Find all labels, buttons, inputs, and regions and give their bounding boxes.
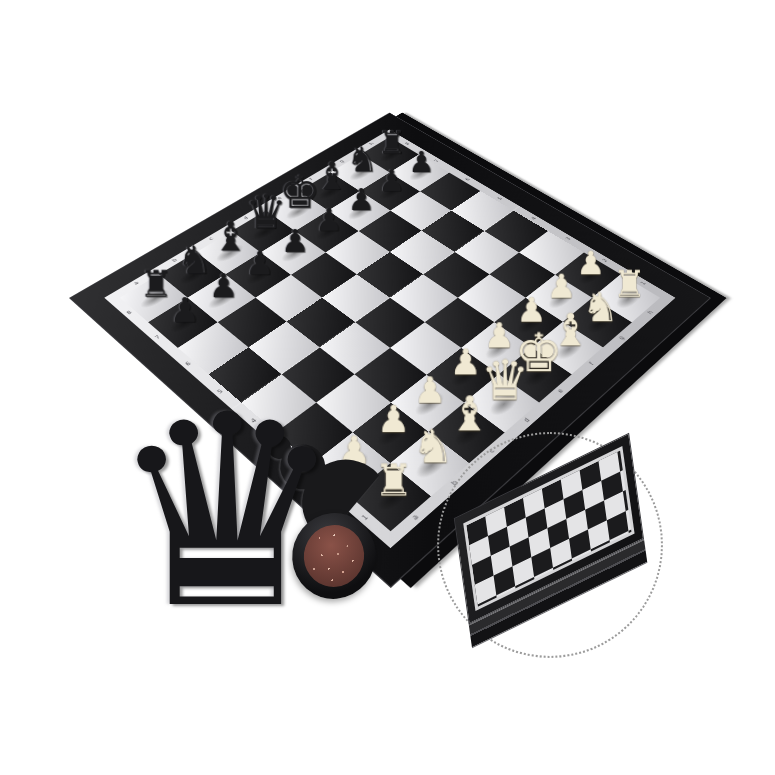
piece-black-pawn: ♟ (281, 225, 309, 257)
piece-white-bishop: ♝ (449, 390, 492, 438)
piece-white-pawn: ♟ (484, 318, 515, 353)
piece-black-pawn: ♟ (348, 185, 375, 215)
coordinate-label: d (523, 417, 532, 424)
square-c6 (255, 274, 323, 322)
piece-black-knight: ♞ (347, 141, 379, 176)
coordinate-label: 4 (530, 216, 537, 221)
piece-closeup: ♟ ♛ (130, 385, 430, 695)
coordinate-label: h (647, 310, 655, 315)
folded-board (454, 433, 647, 648)
piece-black-rook: ♜ (378, 126, 407, 158)
piece-black-pawn: ♟ (315, 205, 343, 236)
piece-white-pawn: ♟ (450, 344, 482, 380)
coordinate-label: 7 (434, 159, 441, 163)
piece-white-pawn: ♟ (577, 247, 606, 279)
coordinate-label: g (618, 335, 626, 341)
closeup-magnet-face (296, 517, 372, 595)
piece-black-knight: ♞ (177, 240, 212, 279)
coordinate-label: 6 (464, 177, 471, 181)
piece-black-bishop: ♝ (213, 217, 249, 257)
piece-white-pawn: ♟ (547, 270, 577, 303)
piece-black-rook: ♜ (139, 266, 172, 303)
product-photo-scene: abcdefgh abcdefgh 87654321 87654321 ♜♞♝♛… (0, 0, 775, 775)
coordinate-label: 5 (497, 196, 504, 200)
piece-black-pawn: ♟ (170, 293, 200, 327)
piece-black-pawn: ♟ (209, 270, 239, 303)
coordinate-label: e (557, 388, 565, 394)
coordinate-label: 8 (125, 310, 132, 315)
coordinate-label: 3 (565, 237, 572, 242)
piece-black-pawn: ♟ (246, 247, 275, 279)
closeup-black-queen: ♛ (108, 380, 346, 645)
folded-board-inset (437, 432, 663, 658)
coordinate-label: 7 (154, 335, 162, 341)
folded-board-checker (466, 450, 631, 606)
coordinate-label: f (588, 362, 595, 367)
piece-black-pawn: ♟ (379, 166, 406, 196)
piece-black-pawn: ♟ (409, 147, 435, 176)
